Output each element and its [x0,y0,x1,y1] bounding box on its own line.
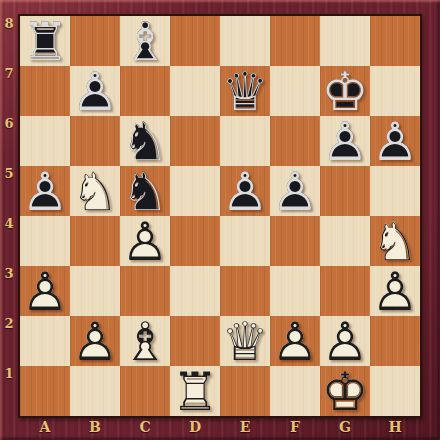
square-h1[interactable] [370,366,420,416]
square-c2[interactable]: ♝♗ [120,316,170,366]
piece-glyph-fill: ♜ [20,17,70,67]
piece-white-pawn[interactable]: ♟♙ [70,316,120,366]
square-h6[interactable]: ♟♙ [370,116,420,166]
square-g8[interactable] [320,16,370,66]
piece-black-pawn[interactable]: ♟♙ [320,116,370,166]
square-e6[interactable] [220,116,270,166]
piece-glyph-outline: ♕ [220,67,270,117]
square-b6[interactable] [70,116,120,166]
square-d7[interactable] [170,66,220,116]
square-f6[interactable] [270,116,320,166]
file-label-b: B [70,419,120,439]
piece-glyph-fill: ♟ [370,267,420,317]
board-inner-frame: ♜♖♝♗♟♙♛♕♚♔♞♘♟♙♟♙♟♙♞♘♞♘♟♙♟♙♟♙♞♘♟♙♟♙♟♙♝♗♛♕… [18,14,422,418]
piece-glyph-fill: ♟ [320,117,370,167]
piece-glyph-fill: ♟ [120,217,170,267]
square-a7[interactable] [20,66,70,116]
piece-glyph-fill: ♞ [120,167,170,217]
piece-glyph-outline: ♙ [20,267,70,317]
square-d8[interactable] [170,16,220,66]
square-c7[interactable] [120,66,170,116]
piece-glyph-outline: ♙ [20,167,70,217]
rank-label-1: 1 [0,366,18,416]
file-label-c: C [120,419,170,439]
square-c1[interactable] [120,366,170,416]
piece-glyph-fill: ♟ [270,317,320,367]
piece-glyph-fill: ♟ [270,167,320,217]
square-f3[interactable] [270,266,320,316]
piece-white-rook[interactable]: ♜♖ [170,366,220,416]
square-a1[interactable] [20,366,70,416]
rank-label-2: 2 [0,316,18,366]
file-label-a: A [20,419,70,439]
file-label-e: E [220,419,270,439]
square-f1[interactable] [270,366,320,416]
square-g2[interactable]: ♟♙ [320,316,370,366]
square-c5[interactable]: ♞♘ [120,166,170,216]
piece-white-knight[interactable]: ♞♘ [370,216,420,266]
piece-black-rook[interactable]: ♜♖ [20,16,70,66]
square-h3[interactable]: ♟♙ [370,266,420,316]
square-f4[interactable] [270,216,320,266]
piece-white-king[interactable]: ♚♔ [320,366,370,416]
square-e1[interactable] [220,366,270,416]
square-e3[interactable] [220,266,270,316]
file-label-f: F [270,419,320,439]
piece-white-pawn[interactable]: ♟♙ [20,266,70,316]
square-g5[interactable] [320,166,370,216]
piece-glyph-fill: ♜ [170,367,220,417]
piece-glyph-outline: ♙ [370,117,420,167]
square-e2[interactable]: ♛♕ [220,316,270,366]
square-a2[interactable] [20,316,70,366]
board-wood-frame: ♜♖♝♗♟♙♛♕♚♔♞♘♟♙♟♙♟♙♞♘♞♘♟♙♟♙♟♙♞♘♟♙♟♙♟♙♝♗♛♕… [0,0,440,440]
piece-glyph-outline: ♔ [320,367,370,417]
chess-board: ♜♖♝♗♟♙♛♕♚♔♞♘♟♙♟♙♟♙♞♘♞♘♟♙♟♙♟♙♞♘♟♙♟♙♟♙♝♗♛♕… [20,16,420,416]
square-d2[interactable] [170,316,220,366]
piece-glyph-fill: ♝ [120,17,170,67]
piece-glyph-outline: ♙ [270,167,320,217]
square-d1[interactable]: ♜♖ [170,366,220,416]
piece-glyph-outline: ♙ [70,67,120,117]
piece-glyph-fill: ♞ [70,167,120,217]
square-f2[interactable]: ♟♙ [270,316,320,366]
piece-glyph-outline: ♙ [70,317,120,367]
piece-white-pawn[interactable]: ♟♙ [320,316,370,366]
piece-glyph-outline: ♙ [320,117,370,167]
piece-black-king[interactable]: ♚♔ [320,66,370,116]
piece-black-pawn[interactable]: ♟♙ [370,116,420,166]
square-h2[interactable] [370,316,420,366]
square-e5[interactable]: ♟♙ [220,166,270,216]
rank-label-6: 6 [0,116,18,166]
piece-black-bishop[interactable]: ♝♗ [120,16,170,66]
piece-glyph-outline: ♘ [120,117,170,167]
piece-black-pawn[interactable]: ♟♙ [270,166,320,216]
square-b8[interactable] [70,16,120,66]
square-h4[interactable]: ♞♘ [370,216,420,266]
piece-glyph-fill: ♟ [20,167,70,217]
square-a8[interactable]: ♜♖ [20,16,70,66]
piece-white-pawn[interactable]: ♟♙ [370,266,420,316]
square-c4[interactable]: ♟♙ [120,216,170,266]
piece-white-bishop[interactable]: ♝♗ [120,316,170,366]
square-g1[interactable]: ♚♔ [320,366,370,416]
piece-black-pawn[interactable]: ♟♙ [220,166,270,216]
piece-glyph-outline: ♘ [370,217,420,267]
piece-glyph-fill: ♛ [220,67,270,117]
square-f8[interactable] [270,16,320,66]
piece-glyph-fill: ♟ [20,267,70,317]
rank-label-3: 3 [0,266,18,316]
piece-white-pawn[interactable]: ♟♙ [270,316,320,366]
square-b1[interactable] [70,366,120,416]
file-label-h: H [370,419,420,439]
square-a6[interactable] [20,116,70,166]
piece-glyph-outline: ♗ [120,317,170,367]
square-d4[interactable] [170,216,220,266]
piece-black-knight[interactable]: ♞♘ [120,116,170,166]
square-d6[interactable] [170,116,220,166]
square-e4[interactable] [220,216,270,266]
square-a3[interactable]: ♟♙ [20,266,70,316]
square-d5[interactable] [170,166,220,216]
piece-glyph-outline: ♙ [270,317,320,367]
piece-white-knight[interactable]: ♞♘ [70,166,120,216]
square-b4[interactable] [70,216,120,266]
rank-label-5: 5 [0,166,18,216]
square-h7[interactable] [370,66,420,116]
rank-label-4: 4 [0,216,18,266]
piece-glyph-fill: ♛ [220,317,270,367]
piece-glyph-fill: ♟ [220,167,270,217]
square-g6[interactable]: ♟♙ [320,116,370,166]
rank-label-7: 7 [0,66,18,116]
file-label-d: D [170,419,220,439]
square-c3[interactable] [120,266,170,316]
square-g4[interactable] [320,216,370,266]
piece-glyph-outline: ♘ [120,167,170,217]
piece-glyph-fill: ♟ [320,317,370,367]
piece-black-pawn[interactable]: ♟♙ [20,166,70,216]
square-b3[interactable] [70,266,120,316]
piece-glyph-outline: ♖ [20,17,70,67]
file-label-g: G [320,419,370,439]
piece-black-knight[interactable]: ♞♘ [120,166,170,216]
piece-glyph-outline: ♙ [370,267,420,317]
piece-glyph-outline: ♙ [120,217,170,267]
square-e8[interactable] [220,16,270,66]
square-h8[interactable] [370,16,420,66]
square-f7[interactable] [270,66,320,116]
square-g7[interactable]: ♚♔ [320,66,370,116]
piece-glyph-outline: ♔ [320,67,370,117]
square-a4[interactable] [20,216,70,266]
square-a5[interactable]: ♟♙ [20,166,70,216]
piece-glyph-fill: ♚ [320,67,370,117]
piece-glyph-fill: ♝ [120,317,170,367]
piece-glyph-fill: ♚ [320,367,370,417]
piece-glyph-outline: ♗ [120,17,170,67]
rank-label-8: 8 [0,16,18,66]
square-c8[interactable]: ♝♗ [120,16,170,66]
piece-glyph-fill: ♟ [70,317,120,367]
piece-glyph-fill: ♞ [370,217,420,267]
piece-glyph-fill: ♞ [120,117,170,167]
piece-white-pawn[interactable]: ♟♙ [120,216,170,266]
square-c6[interactable]: ♞♘ [120,116,170,166]
piece-white-queen[interactable]: ♛♕ [220,316,270,366]
piece-glyph-outline: ♘ [70,167,120,217]
square-g3[interactable] [320,266,370,316]
piece-black-pawn[interactable]: ♟♙ [70,66,120,116]
square-e7[interactable]: ♛♕ [220,66,270,116]
square-f5[interactable]: ♟♙ [270,166,320,216]
square-h5[interactable] [370,166,420,216]
piece-black-queen[interactable]: ♛♕ [220,66,270,116]
piece-glyph-fill: ♟ [370,117,420,167]
square-b7[interactable]: ♟♙ [70,66,120,116]
square-d3[interactable] [170,266,220,316]
square-b2[interactable]: ♟♙ [70,316,120,366]
piece-glyph-outline: ♙ [220,167,270,217]
piece-glyph-outline: ♙ [320,317,370,367]
piece-glyph-fill: ♟ [70,67,120,117]
piece-glyph-outline: ♖ [170,367,220,417]
piece-glyph-outline: ♕ [220,317,270,367]
square-b5[interactable]: ♞♘ [70,166,120,216]
